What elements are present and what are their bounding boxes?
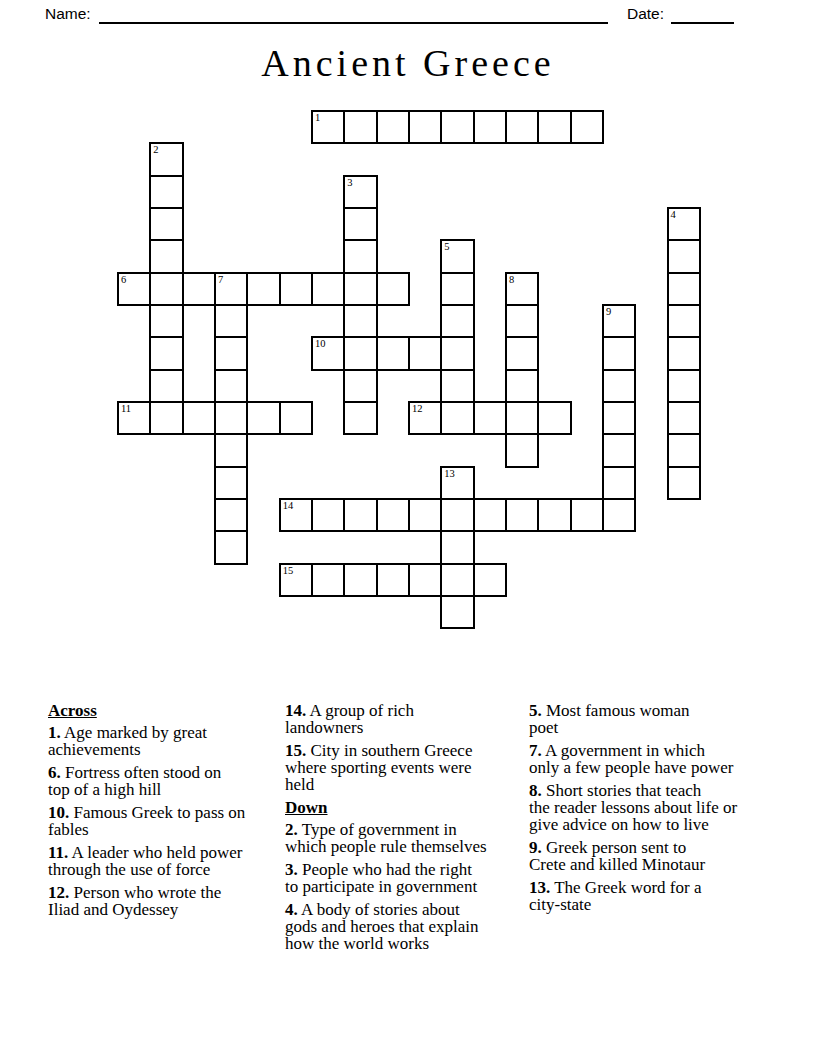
cell-r12-c8[interactable] bbox=[376, 498, 410, 532]
cell-r14-c5[interactable]: 15 bbox=[279, 563, 313, 597]
cell-r12-c5[interactable]: 14 bbox=[279, 498, 313, 532]
clue-number: 6. bbox=[48, 763, 61, 782]
cell-r6-c17[interactable] bbox=[667, 304, 701, 338]
clue-number: 3. bbox=[285, 860, 298, 879]
clue-number: 9. bbox=[529, 838, 542, 857]
cell-number: 10 bbox=[315, 338, 326, 349]
clue-number: 15. bbox=[285, 741, 306, 760]
cell-number: 14 bbox=[283, 500, 294, 511]
cell-r0-c13[interactable] bbox=[537, 110, 571, 144]
cell-number: 15 bbox=[283, 565, 294, 576]
cell-r14-c7[interactable] bbox=[343, 563, 377, 597]
worksheet-page: Name: Date: Ancient Greece 1234567891011… bbox=[0, 0, 816, 1056]
cell-number: 9 bbox=[606, 306, 611, 317]
cell-r9-c2[interactable] bbox=[182, 401, 216, 435]
cell-r10-c3[interactable] bbox=[214, 433, 248, 467]
cell-r14-c11[interactable] bbox=[473, 563, 507, 597]
clue-number: 11. bbox=[48, 843, 68, 862]
clues-column-across: Across1. Age marked by greatachievements… bbox=[48, 702, 298, 924]
down-heading: Down bbox=[285, 799, 527, 816]
cell-r3-c1[interactable] bbox=[149, 207, 183, 241]
cell-r8-c1[interactable] bbox=[149, 369, 183, 403]
cell-r6-c1[interactable] bbox=[149, 304, 183, 338]
cell-r14-c10[interactable] bbox=[440, 563, 474, 597]
cell-r9-c9[interactable]: 12 bbox=[408, 401, 442, 435]
cell-r10-c17[interactable] bbox=[667, 433, 701, 467]
cell-r4-c17[interactable] bbox=[667, 239, 701, 273]
cell-r2-c1[interactable] bbox=[149, 175, 183, 209]
clue-number: 13. bbox=[529, 878, 550, 897]
cell-r12-c7[interactable] bbox=[343, 498, 377, 532]
cell-r5-c12[interactable]: 8 bbox=[505, 272, 539, 306]
cell-r9-c15[interactable] bbox=[602, 401, 636, 435]
clue-10: 10. Famous Greek to pass onfables bbox=[48, 804, 298, 838]
cell-r9-c10[interactable] bbox=[440, 401, 474, 435]
cell-r6-c10[interactable] bbox=[440, 304, 474, 338]
cell-number: 5 bbox=[444, 241, 449, 252]
cell-r5-c1[interactable] bbox=[149, 272, 183, 306]
cell-r5-c10[interactable] bbox=[440, 272, 474, 306]
cell-number: 12 bbox=[412, 403, 423, 414]
cell-r5-c3[interactable]: 7 bbox=[214, 272, 248, 306]
cell-r8-c15[interactable] bbox=[602, 369, 636, 403]
cell-number: 1 bbox=[315, 112, 320, 123]
cell-r5-c17[interactable] bbox=[667, 272, 701, 306]
cell-r8-c3[interactable] bbox=[214, 369, 248, 403]
cell-r8-c7[interactable] bbox=[343, 369, 377, 403]
cell-r9-c17[interactable] bbox=[667, 401, 701, 435]
cell-r9-c1[interactable] bbox=[149, 401, 183, 435]
cell-r12-c6[interactable] bbox=[311, 498, 345, 532]
cell-r9-c0[interactable]: 11 bbox=[117, 401, 151, 435]
clue-number: 8. bbox=[529, 781, 542, 800]
cell-r12-c3[interactable] bbox=[214, 498, 248, 532]
cell-r7-c1[interactable] bbox=[149, 336, 183, 370]
cell-number: 2 bbox=[153, 144, 158, 155]
cell-r0-c8[interactable] bbox=[376, 110, 410, 144]
cell-r3-c17[interactable]: 4 bbox=[667, 207, 701, 241]
cell-r9-c4[interactable] bbox=[246, 401, 280, 435]
cell-r5-c7[interactable] bbox=[343, 272, 377, 306]
cell-r4-c7[interactable] bbox=[343, 239, 377, 273]
cell-r7-c6[interactable]: 10 bbox=[311, 336, 345, 370]
cell-r14-c8[interactable] bbox=[376, 563, 410, 597]
clue-9: 9. Greek person sent toCrete and killed … bbox=[529, 839, 787, 873]
clue-1: 1. Age marked by greatachievements bbox=[48, 724, 298, 758]
cell-r9-c11[interactable] bbox=[473, 401, 507, 435]
cell-number: 7 bbox=[218, 274, 223, 285]
cell-r13-c3[interactable] bbox=[214, 530, 248, 564]
clue-number: 10. bbox=[48, 803, 69, 822]
clue-number: 1. bbox=[48, 723, 61, 742]
cell-r12-c14[interactable] bbox=[570, 498, 604, 532]
cell-r5-c6[interactable] bbox=[311, 272, 345, 306]
name-blank-line[interactable] bbox=[99, 8, 608, 24]
cell-r1-c1[interactable]: 2 bbox=[149, 142, 183, 176]
cell-r7-c3[interactable] bbox=[214, 336, 248, 370]
cell-r0-c10[interactable] bbox=[440, 110, 474, 144]
clue-13: 13. The Greek word for acity-state bbox=[529, 879, 787, 913]
clue-2: 2. Type of government inwhich people rul… bbox=[285, 821, 527, 855]
clue-8: 8. Short stories that teachthe reader le… bbox=[529, 782, 787, 833]
cell-r12-c15[interactable] bbox=[602, 498, 636, 532]
clue-4: 4. A body of stories aboutgods and heroe… bbox=[285, 901, 527, 952]
date-label: Date: bbox=[627, 5, 664, 23]
cell-number: 4 bbox=[671, 209, 676, 220]
name-label: Name: bbox=[45, 5, 91, 23]
crossword-grid: 123456789101112131415 bbox=[117, 110, 701, 630]
clue-6: 6. Fortress often stood ontop of a high … bbox=[48, 764, 298, 798]
cell-r7-c9[interactable] bbox=[408, 336, 442, 370]
cell-r4-c1[interactable] bbox=[149, 239, 183, 273]
cell-r9-c7[interactable] bbox=[343, 401, 377, 435]
cell-r14-c9[interactable] bbox=[408, 563, 442, 597]
cell-r11-c17[interactable] bbox=[667, 466, 701, 500]
clue-15: 15. City in southern Greecewhere sportin… bbox=[285, 742, 527, 793]
cell-r2-c7[interactable]: 3 bbox=[343, 175, 377, 209]
cell-r12-c10[interactable] bbox=[440, 498, 474, 532]
cell-r9-c12[interactable] bbox=[505, 401, 539, 435]
cell-r7-c10[interactable] bbox=[440, 336, 474, 370]
cell-r5-c5[interactable] bbox=[279, 272, 313, 306]
cell-r0-c9[interactable] bbox=[408, 110, 442, 144]
clues-column-down: 5. Most famous womanpoet7. A government … bbox=[529, 702, 787, 919]
cell-r0-c12[interactable] bbox=[505, 110, 539, 144]
cell-r9-c13[interactable] bbox=[537, 401, 571, 435]
clues-column-middle: 14. A group of richlandowners15. City in… bbox=[285, 702, 527, 958]
cell-r9-c3[interactable] bbox=[214, 401, 248, 435]
cell-r0-c14[interactable] bbox=[570, 110, 604, 144]
cell-r7-c12[interactable] bbox=[505, 336, 539, 370]
clue-number: 5. bbox=[529, 701, 542, 720]
cell-number: 8 bbox=[509, 274, 514, 285]
cell-r8-c12[interactable] bbox=[505, 369, 539, 403]
cell-r9-c5[interactable] bbox=[279, 401, 313, 435]
clue-11: 11. A leader who held powerthrough the u… bbox=[48, 844, 298, 878]
clue-14: 14. A group of richlandowners bbox=[285, 702, 527, 736]
cell-r0-c7[interactable] bbox=[343, 110, 377, 144]
cell-r5-c0[interactable]: 6 bbox=[117, 272, 151, 306]
cell-number: 11 bbox=[121, 403, 131, 414]
cell-r6-c12[interactable] bbox=[505, 304, 539, 338]
cell-r13-c10[interactable] bbox=[440, 530, 474, 564]
cell-r7-c15[interactable] bbox=[602, 336, 636, 370]
cell-r5-c8[interactable] bbox=[376, 272, 410, 306]
cell-r7-c7[interactable] bbox=[343, 336, 377, 370]
clue-number: 12. bbox=[48, 883, 69, 902]
cell-r3-c7[interactable] bbox=[343, 207, 377, 241]
cell-number: 6 bbox=[121, 274, 126, 285]
cell-r15-c10[interactable] bbox=[440, 595, 474, 629]
clue-7: 7. A government in whichonly a few peopl… bbox=[529, 742, 787, 776]
clue-3: 3. People who had the rightto participat… bbox=[285, 861, 527, 895]
cell-r12-c11[interactable] bbox=[473, 498, 507, 532]
clue-number: 14. bbox=[285, 701, 306, 720]
cell-r11-c3[interactable] bbox=[214, 466, 248, 500]
across-heading: Across bbox=[48, 702, 298, 719]
cell-r4-c10[interactable]: 5 bbox=[440, 239, 474, 273]
cell-r0-c6[interactable]: 1 bbox=[311, 110, 345, 144]
cell-r12-c9[interactable] bbox=[408, 498, 442, 532]
cell-r6-c15[interactable]: 9 bbox=[602, 304, 636, 338]
cell-number: 3 bbox=[347, 177, 352, 188]
cell-r5-c2[interactable] bbox=[182, 272, 216, 306]
clue-number: 7. bbox=[529, 741, 542, 760]
cell-r5-c4[interactable] bbox=[246, 272, 280, 306]
clue-number: 4. bbox=[285, 900, 298, 919]
puzzle-title: Ancient Greece bbox=[0, 41, 816, 85]
date-blank-line[interactable] bbox=[671, 8, 734, 24]
cell-r8-c17[interactable] bbox=[667, 369, 701, 403]
cell-r14-c6[interactable] bbox=[311, 563, 345, 597]
cell-r11-c10[interactable]: 13 bbox=[440, 466, 474, 500]
clue-5: 5. Most famous womanpoet bbox=[529, 702, 787, 736]
cell-r7-c8[interactable] bbox=[376, 336, 410, 370]
cell-r7-c17[interactable] bbox=[667, 336, 701, 370]
cell-r6-c3[interactable] bbox=[214, 304, 248, 338]
cell-r6-c7[interactable] bbox=[343, 304, 377, 338]
cell-r11-c15[interactable] bbox=[602, 466, 636, 500]
cell-r8-c10[interactable] bbox=[440, 369, 474, 403]
clue-12: 12. Person who wrote theIliad and Oydess… bbox=[48, 884, 298, 918]
cell-r12-c12[interactable] bbox=[505, 498, 539, 532]
cell-r10-c12[interactable] bbox=[505, 433, 539, 467]
cell-number: 13 bbox=[444, 468, 455, 479]
cell-r10-c15[interactable] bbox=[602, 433, 636, 467]
cell-r12-c13[interactable] bbox=[537, 498, 571, 532]
cell-r0-c11[interactable] bbox=[473, 110, 507, 144]
clue-number: 2. bbox=[285, 820, 298, 839]
